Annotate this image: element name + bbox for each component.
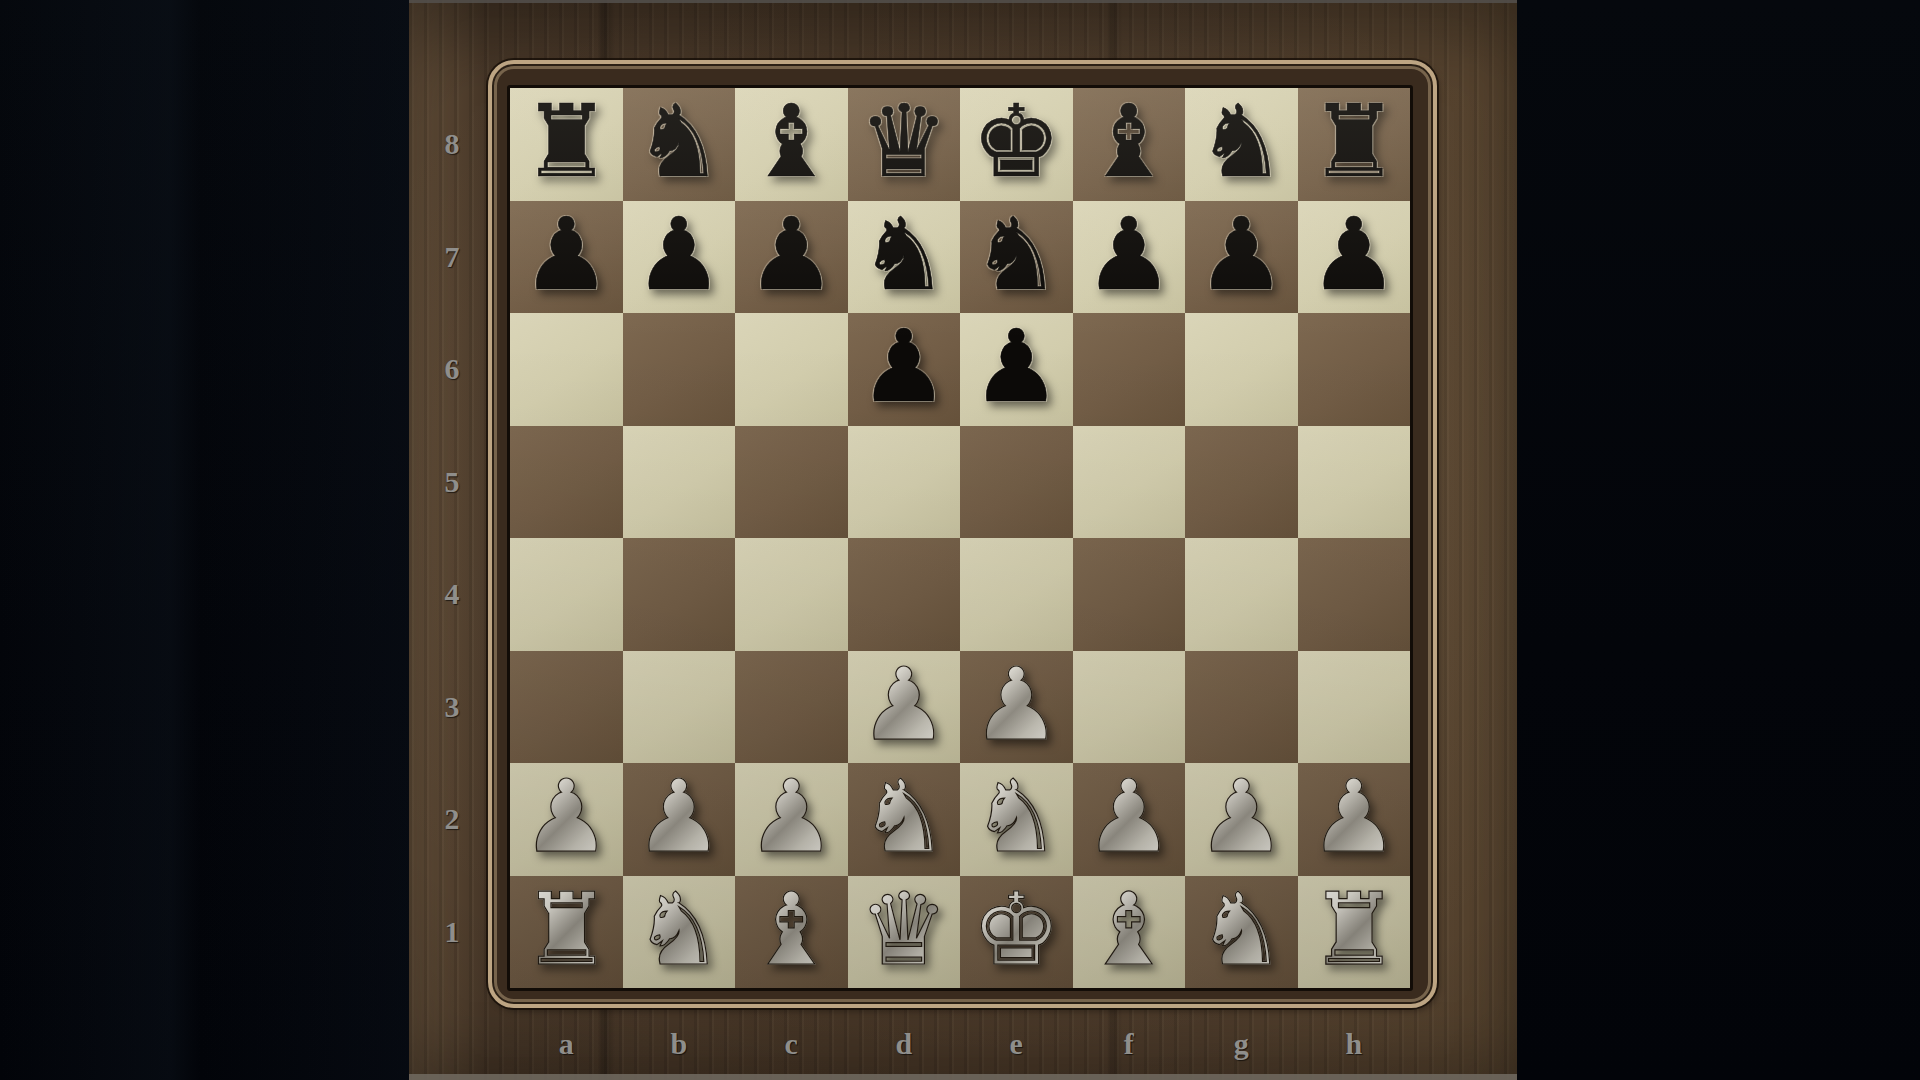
square-a8[interactable]: ♜ bbox=[510, 88, 623, 201]
square-e1[interactable]: ♚ bbox=[960, 876, 1073, 989]
square-c7[interactable]: ♟ bbox=[735, 201, 848, 314]
square-b3[interactable] bbox=[623, 651, 736, 764]
square-h8[interactable]: ♜ bbox=[1298, 88, 1411, 201]
piece-white-rook[interactable]: ♜ bbox=[521, 880, 611, 980]
square-b6[interactable] bbox=[623, 313, 736, 426]
piece-white-knight[interactable]: ♞ bbox=[1196, 880, 1286, 980]
piece-white-bishop[interactable]: ♝ bbox=[746, 880, 836, 980]
piece-white-bishop[interactable]: ♝ bbox=[1084, 880, 1174, 980]
square-a5[interactable] bbox=[510, 426, 623, 539]
square-c1[interactable]: ♝ bbox=[735, 876, 848, 989]
rank-label-6: 6 bbox=[430, 352, 474, 386]
square-d6[interactable]: ♟ bbox=[848, 313, 961, 426]
piece-black-bishop[interactable]: ♝ bbox=[1084, 92, 1174, 192]
square-c6[interactable] bbox=[735, 313, 848, 426]
square-d2[interactable]: ♞ bbox=[848, 763, 961, 876]
square-g3[interactable] bbox=[1185, 651, 1298, 764]
piece-black-pawn[interactable]: ♟ bbox=[521, 205, 611, 305]
file-label-c: c bbox=[769, 1027, 813, 1061]
square-g8[interactable]: ♞ bbox=[1185, 88, 1298, 201]
piece-white-king[interactable]: ♚ bbox=[971, 880, 1061, 980]
square-c2[interactable]: ♟ bbox=[735, 763, 848, 876]
file-label-h: h bbox=[1332, 1027, 1376, 1061]
rank-label-3: 3 bbox=[430, 690, 474, 724]
square-f2[interactable]: ♟ bbox=[1073, 763, 1186, 876]
piece-black-bishop[interactable]: ♝ bbox=[746, 92, 836, 192]
square-a2[interactable]: ♟ bbox=[510, 763, 623, 876]
square-e5[interactable] bbox=[960, 426, 1073, 539]
square-h3[interactable] bbox=[1298, 651, 1411, 764]
square-h2[interactable]: ♟ bbox=[1298, 763, 1411, 876]
piece-white-pawn[interactable]: ♟ bbox=[1309, 767, 1399, 867]
square-g4[interactable] bbox=[1185, 538, 1298, 651]
piece-white-knight[interactable]: ♞ bbox=[634, 880, 724, 980]
chess-board: ♜♞♝♛♚♝♞♜♟♟♟♞♞♟♟♟♟♟♟♟♟♟♟♞♞♟♟♟♜♞♝♛♚♝♞♜ 876… bbox=[409, 0, 1517, 1080]
rank-label-1: 1 bbox=[430, 915, 474, 949]
board-squares-area: ♜♞♝♛♚♝♞♜♟♟♟♞♞♟♟♟♟♟♟♟♟♟♟♞♞♟♟♟♜♞♝♛♚♝♞♜ bbox=[507, 85, 1413, 991]
piece-black-pawn[interactable]: ♟ bbox=[1196, 205, 1286, 305]
rank-label-8: 8 bbox=[430, 127, 474, 161]
piece-white-knight[interactable]: ♞ bbox=[971, 767, 1061, 867]
piece-black-king[interactable]: ♚ bbox=[971, 92, 1061, 192]
square-g2[interactable]: ♟ bbox=[1185, 763, 1298, 876]
square-b7[interactable]: ♟ bbox=[623, 201, 736, 314]
piece-black-pawn[interactable]: ♟ bbox=[746, 205, 836, 305]
piece-black-knight[interactable]: ♞ bbox=[859, 205, 949, 305]
square-g5[interactable] bbox=[1185, 426, 1298, 539]
file-label-a: a bbox=[544, 1027, 588, 1061]
piece-white-knight[interactable]: ♞ bbox=[859, 767, 949, 867]
file-label-d: d bbox=[882, 1027, 926, 1061]
piece-white-pawn[interactable]: ♟ bbox=[859, 655, 949, 755]
square-e4[interactable] bbox=[960, 538, 1073, 651]
rank-label-7: 7 bbox=[430, 240, 474, 274]
piece-white-pawn[interactable]: ♟ bbox=[1196, 767, 1286, 867]
square-a3[interactable] bbox=[510, 651, 623, 764]
square-g6[interactable] bbox=[1185, 313, 1298, 426]
board-grid: ♜♞♝♛♚♝♞♜♟♟♟♞♞♟♟♟♟♟♟♟♟♟♟♞♞♟♟♟♜♞♝♛♚♝♞♜ bbox=[510, 88, 1410, 988]
file-label-b: b bbox=[657, 1027, 701, 1061]
piece-white-rook[interactable]: ♜ bbox=[1309, 880, 1399, 980]
square-h6[interactable] bbox=[1298, 313, 1411, 426]
square-h5[interactable] bbox=[1298, 426, 1411, 539]
piece-black-knight[interactable]: ♞ bbox=[971, 205, 1061, 305]
square-d3[interactable]: ♟ bbox=[848, 651, 961, 764]
piece-white-pawn[interactable]: ♟ bbox=[971, 655, 1061, 755]
file-label-f: f bbox=[1107, 1027, 1151, 1061]
square-h4[interactable] bbox=[1298, 538, 1411, 651]
square-d8[interactable]: ♛ bbox=[848, 88, 961, 201]
square-e8[interactable]: ♚ bbox=[960, 88, 1073, 201]
piece-black-knight[interactable]: ♞ bbox=[634, 92, 724, 192]
square-f6[interactable] bbox=[1073, 313, 1186, 426]
square-b1[interactable]: ♞ bbox=[623, 876, 736, 989]
square-c8[interactable]: ♝ bbox=[735, 88, 848, 201]
piece-black-queen[interactable]: ♛ bbox=[859, 92, 949, 192]
square-c5[interactable] bbox=[735, 426, 848, 539]
piece-white-pawn[interactable]: ♟ bbox=[1084, 767, 1174, 867]
square-f7[interactable]: ♟ bbox=[1073, 201, 1186, 314]
square-a6[interactable] bbox=[510, 313, 623, 426]
square-a4[interactable] bbox=[510, 538, 623, 651]
piece-white-queen[interactable]: ♛ bbox=[859, 880, 949, 980]
rank-label-4: 4 bbox=[430, 577, 474, 611]
square-e2[interactable]: ♞ bbox=[960, 763, 1073, 876]
square-h1[interactable]: ♜ bbox=[1298, 876, 1411, 989]
square-b5[interactable] bbox=[623, 426, 736, 539]
piece-white-pawn[interactable]: ♟ bbox=[521, 767, 611, 867]
piece-black-knight[interactable]: ♞ bbox=[1196, 92, 1286, 192]
piece-white-pawn[interactable]: ♟ bbox=[634, 767, 724, 867]
square-f1[interactable]: ♝ bbox=[1073, 876, 1186, 989]
piece-black-pawn[interactable]: ♟ bbox=[971, 317, 1061, 417]
piece-black-pawn[interactable]: ♟ bbox=[1084, 205, 1174, 305]
rank-label-2: 2 bbox=[430, 802, 474, 836]
square-e7[interactable]: ♞ bbox=[960, 201, 1073, 314]
square-c3[interactable] bbox=[735, 651, 848, 764]
square-d5[interactable] bbox=[848, 426, 961, 539]
piece-black-pawn[interactable]: ♟ bbox=[1309, 205, 1399, 305]
file-label-e: e bbox=[994, 1027, 1038, 1061]
square-e6[interactable]: ♟ bbox=[960, 313, 1073, 426]
square-f8[interactable]: ♝ bbox=[1073, 88, 1186, 201]
piece-black-pawn[interactable]: ♟ bbox=[634, 205, 724, 305]
square-d7[interactable]: ♞ bbox=[848, 201, 961, 314]
square-h7[interactable]: ♟ bbox=[1298, 201, 1411, 314]
square-b8[interactable]: ♞ bbox=[623, 88, 736, 201]
square-g7[interactable]: ♟ bbox=[1185, 201, 1298, 314]
piece-black-rook[interactable]: ♜ bbox=[1309, 92, 1399, 192]
square-b4[interactable] bbox=[623, 538, 736, 651]
square-f3[interactable] bbox=[1073, 651, 1186, 764]
square-e3[interactable]: ♟ bbox=[960, 651, 1073, 764]
file-label-g: g bbox=[1219, 1027, 1263, 1061]
piece-black-pawn[interactable]: ♟ bbox=[859, 317, 949, 417]
square-d1[interactable]: ♛ bbox=[848, 876, 961, 989]
square-c4[interactable] bbox=[735, 538, 848, 651]
square-a7[interactable]: ♟ bbox=[510, 201, 623, 314]
piece-white-pawn[interactable]: ♟ bbox=[746, 767, 836, 867]
piece-black-rook[interactable]: ♜ bbox=[521, 92, 611, 192]
square-d4[interactable] bbox=[848, 538, 961, 651]
square-f5[interactable] bbox=[1073, 426, 1186, 539]
square-a1[interactable]: ♜ bbox=[510, 876, 623, 989]
square-g1[interactable]: ♞ bbox=[1185, 876, 1298, 989]
square-b2[interactable]: ♟ bbox=[623, 763, 736, 876]
square-f4[interactable] bbox=[1073, 538, 1186, 651]
rank-label-5: 5 bbox=[430, 465, 474, 499]
